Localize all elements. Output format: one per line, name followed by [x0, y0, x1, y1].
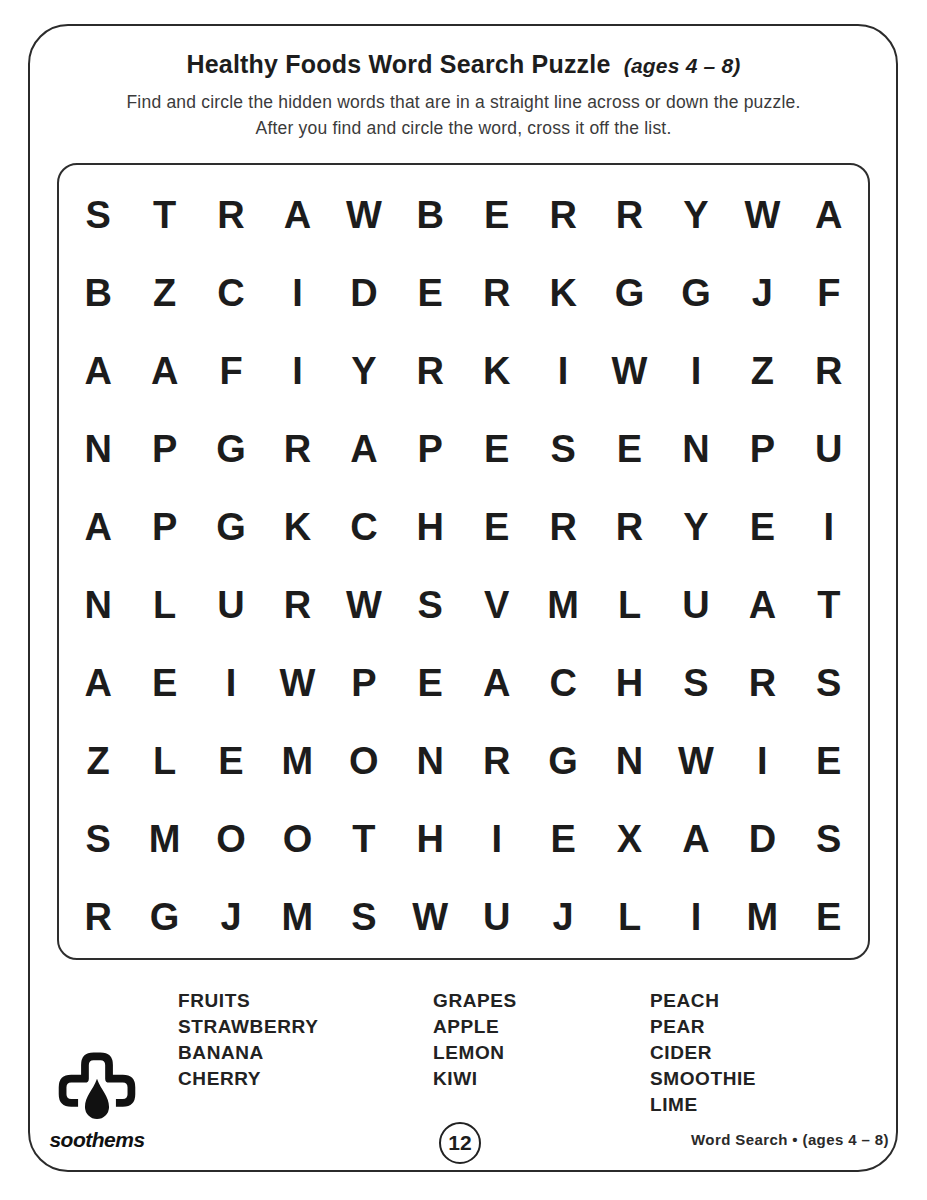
- grid-cell-r4c2[interactable]: P: [131, 411, 197, 489]
- grid-cell-r1c7[interactable]: E: [463, 177, 529, 255]
- grid-cell-r1c8[interactable]: R: [530, 177, 596, 255]
- grid-cell-r7c7[interactable]: A: [463, 644, 529, 722]
- grid-cell-r3c2[interactable]: A: [131, 333, 197, 411]
- cross-droplet-icon: [42, 1046, 152, 1132]
- grid-cell-r2c2[interactable]: Z: [131, 255, 197, 333]
- grid-cell-r2c4[interactable]: I: [264, 255, 330, 333]
- grid-cell-r9c5[interactable]: T: [331, 800, 397, 878]
- grid-cell-r9c10[interactable]: A: [663, 800, 729, 878]
- puzzle-grid-box: STRAWBERRYWABZCIDERKGGJFAAFIYRKIWIZRNPGR…: [57, 163, 870, 960]
- grid-cell-r10c12[interactable]: E: [796, 878, 862, 956]
- grid-cell-r7c12[interactable]: S: [796, 644, 862, 722]
- grid-cell-r3c4[interactable]: I: [264, 333, 330, 411]
- grid-cell-r3c5[interactable]: Y: [331, 333, 397, 411]
- grid-cell-r3c3[interactable]: F: [198, 333, 264, 411]
- page-number-badge: 12: [439, 1122, 481, 1164]
- grid-cell-r5c9[interactable]: R: [596, 489, 662, 567]
- grid-cell-r7c4[interactable]: W: [264, 644, 330, 722]
- grid-cell-r8c2[interactable]: L: [131, 722, 197, 800]
- grid-cell-r8c8[interactable]: G: [530, 722, 596, 800]
- grid-cell-r9c7[interactable]: I: [463, 800, 529, 878]
- grid-cell-r6c10[interactable]: U: [663, 567, 729, 645]
- grid-cell-r4c12[interactable]: U: [796, 411, 862, 489]
- grid-cell-r9c3[interactable]: O: [198, 800, 264, 878]
- grid-cell-r10c3[interactable]: J: [198, 878, 264, 956]
- grid-cell-r4c8[interactable]: S: [530, 411, 596, 489]
- grid-cell-r8c5[interactable]: O: [331, 722, 397, 800]
- grid-cell-r7c10[interactable]: S: [663, 644, 729, 722]
- grid-cell-r6c6[interactable]: S: [397, 567, 463, 645]
- grid-cell-r4c9[interactable]: E: [596, 411, 662, 489]
- grid-cell-r4c6[interactable]: P: [397, 411, 463, 489]
- grid-cell-r5c12[interactable]: I: [796, 489, 862, 567]
- grid-cell-r6c7[interactable]: V: [463, 567, 529, 645]
- grid-cell-r2c3[interactable]: C: [198, 255, 264, 333]
- grid-cell-r8c3[interactable]: E: [198, 722, 264, 800]
- grid-cell-r6c4[interactable]: R: [264, 567, 330, 645]
- grid-cell-r10c11[interactable]: M: [729, 878, 795, 956]
- grid-cell-r4c5[interactable]: A: [331, 411, 397, 489]
- word-item-kiwi[interactable]: KIWI: [433, 1066, 517, 1092]
- grid-cell-r1c4[interactable]: A: [264, 177, 330, 255]
- grid-cell-r8c12[interactable]: E: [796, 722, 862, 800]
- grid-cell-r6c8[interactable]: M: [530, 567, 596, 645]
- grid-cell-r1c10[interactable]: Y: [663, 177, 729, 255]
- grid-cell-r5c11[interactable]: E: [729, 489, 795, 567]
- word-item-banana[interactable]: BANANA: [178, 1040, 318, 1066]
- word-item-strawberry[interactable]: STRAWBERRY: [178, 1014, 318, 1040]
- footer-caption: Word Search • (ages 4 – 8): [691, 1131, 889, 1148]
- word-item-lime[interactable]: LIME: [650, 1092, 756, 1118]
- grid-cell-r6c2[interactable]: L: [131, 567, 197, 645]
- grid-cell-r10c8[interactable]: J: [530, 878, 596, 956]
- grid-cell-r10c7[interactable]: U: [463, 878, 529, 956]
- grid-cell-r9c8[interactable]: E: [530, 800, 596, 878]
- word-item-pear[interactable]: PEAR: [650, 1014, 756, 1040]
- word-item-peach[interactable]: PEACH: [650, 988, 756, 1014]
- age-range: (ages 4 – 8): [618, 54, 741, 77]
- instructions-line-1: Find and circle the hidden words that ar…: [0, 89, 927, 115]
- grid-cell-r9c1[interactable]: S: [65, 800, 131, 878]
- grid-cell-r3c10[interactable]: I: [663, 333, 729, 411]
- word-item-smoothie[interactable]: SMOOTHIE: [650, 1066, 756, 1092]
- grid-cell-r5c3[interactable]: G: [198, 489, 264, 567]
- title-text: Healthy Foods Word Search Puzzle: [186, 50, 610, 78]
- grid-cell-r2c5[interactable]: D: [331, 255, 397, 333]
- grid-cell-r8c1[interactable]: Z: [65, 722, 131, 800]
- instructions: Find and circle the hidden words that ar…: [0, 89, 927, 141]
- grid-cell-r1c9[interactable]: R: [596, 177, 662, 255]
- grid-cell-r4c11[interactable]: P: [729, 411, 795, 489]
- word-item-cider[interactable]: CIDER: [650, 1040, 756, 1066]
- grid-cell-r1c5[interactable]: W: [331, 177, 397, 255]
- grid-cell-r2c1[interactable]: B: [65, 255, 131, 333]
- grid-cell-r10c1[interactable]: R: [65, 878, 131, 956]
- grid-cell-r10c6[interactable]: W: [397, 878, 463, 956]
- grid-cell-r6c1[interactable]: N: [65, 567, 131, 645]
- grid-cell-r4c10[interactable]: N: [663, 411, 729, 489]
- grid-cell-r6c3[interactable]: U: [198, 567, 264, 645]
- grid-cell-r2c9[interactable]: G: [596, 255, 662, 333]
- word-list-column-3: PEACHPEARCIDERSMOOTHIELIME: [650, 988, 756, 1118]
- grid-cell-r9c2[interactable]: M: [131, 800, 197, 878]
- grid-cell-r2c8[interactable]: K: [530, 255, 596, 333]
- grid-cell-r2c7[interactable]: R: [463, 255, 529, 333]
- grid-cell-r4c7[interactable]: E: [463, 411, 529, 489]
- grid-cell-r3c12[interactable]: R: [796, 333, 862, 411]
- grid-cell-r9c11[interactable]: D: [729, 800, 795, 878]
- word-item-fruits[interactable]: FRUITS: [178, 988, 318, 1014]
- grid-cell-r8c6[interactable]: N: [397, 722, 463, 800]
- word-list-column-2: GRAPESAPPLELEMONKIWI: [433, 988, 517, 1092]
- grid-cell-r8c11[interactable]: I: [729, 722, 795, 800]
- grid-cell-r2c11[interactable]: J: [729, 255, 795, 333]
- word-item-apple[interactable]: APPLE: [433, 1014, 517, 1040]
- grid-cell-r9c4[interactable]: O: [264, 800, 330, 878]
- grid-cell-r2c12[interactable]: F: [796, 255, 862, 333]
- grid-cell-r6c9[interactable]: L: [596, 567, 662, 645]
- grid-cell-r10c10[interactable]: I: [663, 878, 729, 956]
- word-item-lemon[interactable]: LEMON: [433, 1040, 517, 1066]
- grid-cell-r5c1[interactable]: A: [65, 489, 131, 567]
- grid-cell-r1c12[interactable]: A: [796, 177, 862, 255]
- page-title: Healthy Foods Word Search Puzzle (ages 4…: [0, 50, 927, 79]
- logo-text: soothems: [42, 1128, 152, 1152]
- grid-cell-r3c6[interactable]: R: [397, 333, 463, 411]
- grid-cell-r5c5[interactable]: C: [331, 489, 397, 567]
- grid-cell-r3c1[interactable]: A: [65, 333, 131, 411]
- grid-cell-r10c4[interactable]: M: [264, 878, 330, 956]
- grid-cell-r8c9[interactable]: N: [596, 722, 662, 800]
- grid-cell-r5c6[interactable]: H: [397, 489, 463, 567]
- grid-cell-r1c1[interactable]: S: [65, 177, 131, 255]
- grid-cell-r2c10[interactable]: G: [663, 255, 729, 333]
- grid-cell-r7c6[interactable]: E: [397, 644, 463, 722]
- grid-cell-r8c7[interactable]: R: [463, 722, 529, 800]
- grid-cell-r9c9[interactable]: X: [596, 800, 662, 878]
- word-list-column-1: FRUITSSTRAWBERRYBANANACHERRY: [178, 988, 318, 1092]
- grid-cell-r8c10[interactable]: W: [663, 722, 729, 800]
- grid-cell-r5c10[interactable]: Y: [663, 489, 729, 567]
- grid-cell-r6c12[interactable]: T: [796, 567, 862, 645]
- grid-cell-r10c5[interactable]: S: [331, 878, 397, 956]
- grid-cell-r9c12[interactable]: S: [796, 800, 862, 878]
- grid-cell-r10c2[interactable]: G: [131, 878, 197, 956]
- grid-cell-r3c9[interactable]: W: [596, 333, 662, 411]
- soothems-logo: soothems: [42, 1046, 152, 1152]
- grid-cell-r3c7[interactable]: K: [463, 333, 529, 411]
- grid-cell-r7c2[interactable]: E: [131, 644, 197, 722]
- grid-cell-r7c1[interactable]: A: [65, 644, 131, 722]
- grid-cell-r5c7[interactable]: E: [463, 489, 529, 567]
- grid-cell-r1c3[interactable]: R: [198, 177, 264, 255]
- word-item-cherry[interactable]: CHERRY: [178, 1066, 318, 1092]
- grid-cell-r2c6[interactable]: E: [397, 255, 463, 333]
- letter-grid: STRAWBERRYWABZCIDERKGGJFAAFIYRKIWIZRNPGR…: [59, 165, 868, 958]
- instructions-line-2: After you find and circle the word, cros…: [0, 115, 927, 141]
- grid-cell-r6c11[interactable]: A: [729, 567, 795, 645]
- word-item-grapes[interactable]: GRAPES: [433, 988, 517, 1014]
- grid-cell-r1c2[interactable]: T: [131, 177, 197, 255]
- grid-cell-r4c4[interactable]: R: [264, 411, 330, 489]
- grid-cell-r9c6[interactable]: H: [397, 800, 463, 878]
- grid-cell-r4c3[interactable]: G: [198, 411, 264, 489]
- grid-cell-r7c11[interactable]: R: [729, 644, 795, 722]
- grid-cell-r10c9[interactable]: L: [596, 878, 662, 956]
- grid-cell-r3c8[interactable]: I: [530, 333, 596, 411]
- page-number: 12: [448, 1131, 471, 1155]
- grid-cell-r6c5[interactable]: W: [331, 567, 397, 645]
- grid-cell-r5c8[interactable]: R: [530, 489, 596, 567]
- grid-cell-r5c4[interactable]: K: [264, 489, 330, 567]
- grid-cell-r1c6[interactable]: B: [397, 177, 463, 255]
- grid-cell-r7c5[interactable]: P: [331, 644, 397, 722]
- grid-cell-r3c11[interactable]: Z: [729, 333, 795, 411]
- grid-cell-r1c11[interactable]: W: [729, 177, 795, 255]
- grid-cell-r5c2[interactable]: P: [131, 489, 197, 567]
- grid-cell-r4c1[interactable]: N: [65, 411, 131, 489]
- grid-cell-r7c8[interactable]: C: [530, 644, 596, 722]
- grid-cell-r8c4[interactable]: M: [264, 722, 330, 800]
- grid-cell-r7c9[interactable]: H: [596, 644, 662, 722]
- grid-cell-r7c3[interactable]: I: [198, 644, 264, 722]
